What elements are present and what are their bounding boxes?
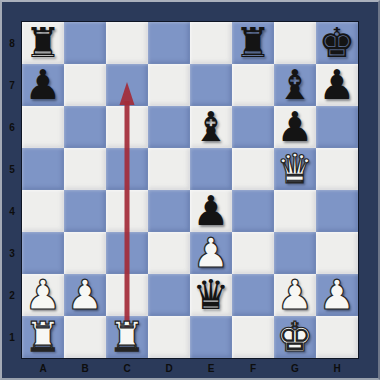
rank-label-5: 5 bbox=[2, 148, 22, 190]
square-d1[interactable] bbox=[148, 316, 190, 358]
square-d5[interactable] bbox=[148, 148, 190, 190]
square-h3[interactable] bbox=[316, 232, 358, 274]
square-e5[interactable] bbox=[190, 148, 232, 190]
square-e1[interactable] bbox=[190, 316, 232, 358]
square-d7[interactable] bbox=[148, 64, 190, 106]
square-f5[interactable] bbox=[232, 148, 274, 190]
square-b8[interactable] bbox=[64, 22, 106, 64]
square-c2[interactable] bbox=[106, 274, 148, 316]
square-h4[interactable] bbox=[316, 190, 358, 232]
piece-black-pawn-g6[interactable]: ♟ bbox=[274, 106, 316, 148]
square-c7[interactable] bbox=[106, 64, 148, 106]
square-g8[interactable] bbox=[274, 22, 316, 64]
square-d3[interactable] bbox=[148, 232, 190, 274]
rank-label-7: 7 bbox=[2, 64, 22, 106]
square-f7[interactable] bbox=[232, 64, 274, 106]
square-a4[interactable] bbox=[22, 190, 64, 232]
piece-black-bishop-e6[interactable]: ♝ bbox=[190, 106, 232, 148]
piece-black-queen-e2[interactable]: ♛ bbox=[190, 274, 232, 316]
piece-white-pawn-a2[interactable]: ♟ bbox=[22, 274, 64, 316]
square-h1[interactable] bbox=[316, 316, 358, 358]
piece-white-queen-g5[interactable]: ♛ bbox=[274, 148, 316, 190]
file-label-e: E bbox=[190, 358, 232, 378]
rank-label-1: 1 bbox=[2, 316, 22, 358]
square-a5[interactable] bbox=[22, 148, 64, 190]
square-d4[interactable] bbox=[148, 190, 190, 232]
square-h6[interactable] bbox=[316, 106, 358, 148]
square-f2[interactable] bbox=[232, 274, 274, 316]
square-f6[interactable] bbox=[232, 106, 274, 148]
square-f3[interactable] bbox=[232, 232, 274, 274]
file-label-a: A bbox=[22, 358, 64, 378]
chess-diagram: ♜♜♚♟♝♟♝♟♛♟♟♟♟♛♟♟♜♜♚ 87654321 ABCDEFGH bbox=[0, 0, 380, 380]
square-e8[interactable] bbox=[190, 22, 232, 64]
file-label-c: C bbox=[106, 358, 148, 378]
square-c4[interactable] bbox=[106, 190, 148, 232]
square-e7[interactable] bbox=[190, 64, 232, 106]
square-a6[interactable] bbox=[22, 106, 64, 148]
square-h5[interactable] bbox=[316, 148, 358, 190]
file-label-b: B bbox=[64, 358, 106, 378]
piece-white-rook-a1[interactable]: ♜ bbox=[22, 316, 64, 358]
square-b4[interactable] bbox=[64, 190, 106, 232]
file-label-g: G bbox=[274, 358, 316, 378]
square-b7[interactable] bbox=[64, 64, 106, 106]
file-label-d: D bbox=[148, 358, 190, 378]
square-d2[interactable] bbox=[148, 274, 190, 316]
rank-label-4: 4 bbox=[2, 190, 22, 232]
square-f4[interactable] bbox=[232, 190, 274, 232]
rank-label-3: 3 bbox=[2, 232, 22, 274]
square-a3[interactable] bbox=[22, 232, 64, 274]
file-label-f: F bbox=[232, 358, 274, 378]
square-c8[interactable] bbox=[106, 22, 148, 64]
rank-label-8: 8 bbox=[2, 22, 22, 64]
piece-white-pawn-g2[interactable]: ♟ bbox=[274, 274, 316, 316]
piece-black-king-h8[interactable]: ♚ bbox=[316, 22, 358, 64]
square-d8[interactable] bbox=[148, 22, 190, 64]
square-c5[interactable] bbox=[106, 148, 148, 190]
square-d6[interactable] bbox=[148, 106, 190, 148]
file-label-h: H bbox=[316, 358, 358, 378]
rank-label-2: 2 bbox=[2, 274, 22, 316]
square-b3[interactable] bbox=[64, 232, 106, 274]
piece-black-pawn-e4[interactable]: ♟ bbox=[190, 190, 232, 232]
piece-black-rook-a8[interactable]: ♜ bbox=[22, 22, 64, 64]
square-f1[interactable] bbox=[232, 316, 274, 358]
piece-white-pawn-e3[interactable]: ♟ bbox=[190, 232, 232, 274]
square-b6[interactable] bbox=[64, 106, 106, 148]
square-g4[interactable] bbox=[274, 190, 316, 232]
piece-white-pawn-b2[interactable]: ♟ bbox=[64, 274, 106, 316]
square-g3[interactable] bbox=[274, 232, 316, 274]
piece-black-bishop-g7[interactable]: ♝ bbox=[274, 64, 316, 106]
piece-white-pawn-h2[interactable]: ♟ bbox=[316, 274, 358, 316]
square-c3[interactable] bbox=[106, 232, 148, 274]
square-b1[interactable] bbox=[64, 316, 106, 358]
piece-black-pawn-h7[interactable]: ♟ bbox=[316, 64, 358, 106]
piece-black-rook-f8[interactable]: ♜ bbox=[232, 22, 274, 64]
square-c6[interactable] bbox=[106, 106, 148, 148]
rank-label-6: 6 bbox=[2, 106, 22, 148]
piece-black-pawn-a7[interactable]: ♟ bbox=[22, 64, 64, 106]
piece-white-rook-c1[interactable]: ♜ bbox=[106, 316, 148, 358]
square-b5[interactable] bbox=[64, 148, 106, 190]
piece-white-king-g1[interactable]: ♚ bbox=[274, 316, 316, 358]
